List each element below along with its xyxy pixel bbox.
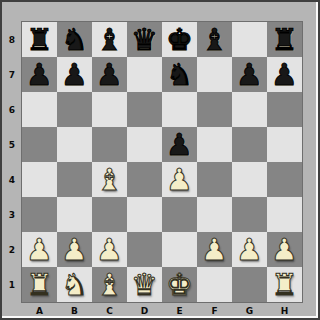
square-a4[interactable] (22, 162, 57, 197)
square-f3[interactable] (197, 197, 232, 232)
piece-white-rook[interactable]: ♜ (22, 267, 57, 302)
file-label-h: H (267, 304, 302, 318)
piece-white-pawn[interactable]: ♟ (22, 232, 57, 267)
square-f2[interactable]: ♟ (197, 232, 232, 267)
piece-black-pawn[interactable]: ♟ (92, 57, 127, 92)
square-b6[interactable] (57, 92, 92, 127)
square-d1[interactable]: ♛ (127, 267, 162, 302)
square-g8[interactable] (232, 22, 267, 57)
square-h8[interactable]: ♜ (267, 22, 302, 57)
piece-white-king[interactable]: ♚ (162, 267, 197, 302)
square-b7[interactable]: ♟ (57, 57, 92, 92)
square-f6[interactable] (197, 92, 232, 127)
file-label-a: A (22, 304, 57, 318)
square-h5[interactable] (267, 127, 302, 162)
square-h2[interactable]: ♟ (267, 232, 302, 267)
square-g5[interactable] (232, 127, 267, 162)
square-e6[interactable] (162, 92, 197, 127)
square-e2[interactable] (162, 232, 197, 267)
rank-label-5: 5 (4, 127, 20, 162)
square-d6[interactable] (127, 92, 162, 127)
square-e7[interactable]: ♞ (162, 57, 197, 92)
piece-white-pawn[interactable]: ♟ (197, 232, 232, 267)
piece-black-pawn[interactable]: ♟ (162, 127, 197, 162)
file-label-c: C (92, 304, 127, 318)
square-a7[interactable]: ♟ (22, 57, 57, 92)
piece-black-king[interactable]: ♚ (162, 22, 197, 57)
square-a5[interactable] (22, 127, 57, 162)
square-f8[interactable]: ♝ (197, 22, 232, 57)
square-d7[interactable] (127, 57, 162, 92)
square-d3[interactable] (127, 197, 162, 232)
square-f5[interactable] (197, 127, 232, 162)
rank-label-8: 8 (4, 22, 20, 57)
square-c6[interactable] (92, 92, 127, 127)
square-d4[interactable] (127, 162, 162, 197)
square-g7[interactable]: ♟ (232, 57, 267, 92)
file-label-b: B (57, 304, 92, 318)
square-e5[interactable]: ♟ (162, 127, 197, 162)
piece-white-knight[interactable]: ♞ (57, 267, 92, 302)
file-label-e: E (162, 304, 197, 318)
piece-white-bishop[interactable]: ♝ (92, 267, 127, 302)
square-c3[interactable] (92, 197, 127, 232)
rank-label-2: 2 (4, 232, 20, 267)
square-g4[interactable] (232, 162, 267, 197)
square-c8[interactable]: ♝ (92, 22, 127, 57)
square-f1[interactable] (197, 267, 232, 302)
square-h6[interactable] (267, 92, 302, 127)
square-b1[interactable]: ♞ (57, 267, 92, 302)
square-c5[interactable] (92, 127, 127, 162)
square-d8[interactable]: ♛ (127, 22, 162, 57)
piece-black-queen[interactable]: ♛ (127, 22, 162, 57)
chess-board: ♜♞♝♛♚♝♜♟♟♟♞♟♟♟♝♟♟♟♟♟♟♟♜♞♝♛♚♜ (21, 21, 303, 303)
square-e3[interactable] (162, 197, 197, 232)
rank-label-6: 6 (4, 92, 20, 127)
square-b4[interactable] (57, 162, 92, 197)
square-g6[interactable] (232, 92, 267, 127)
square-e8[interactable]: ♚ (162, 22, 197, 57)
square-d2[interactable] (127, 232, 162, 267)
rank-label-7: 7 (4, 57, 20, 92)
square-b3[interactable] (57, 197, 92, 232)
piece-white-pawn[interactable]: ♟ (57, 232, 92, 267)
file-label-d: D (127, 304, 162, 318)
piece-black-knight[interactable]: ♞ (162, 57, 197, 92)
square-b8[interactable]: ♞ (57, 22, 92, 57)
square-e4[interactable]: ♟ (162, 162, 197, 197)
square-h7[interactable]: ♟ (267, 57, 302, 92)
rank-label-1: 1 (4, 267, 20, 302)
piece-white-queen[interactable]: ♛ (127, 267, 162, 302)
square-f7[interactable] (197, 57, 232, 92)
square-h1[interactable]: ♜ (267, 267, 302, 302)
square-g2[interactable]: ♟ (232, 232, 267, 267)
square-a2[interactable]: ♟ (22, 232, 57, 267)
piece-white-pawn[interactable]: ♟ (232, 232, 267, 267)
square-d5[interactable] (127, 127, 162, 162)
piece-white-bishop[interactable]: ♝ (92, 162, 127, 197)
piece-black-pawn[interactable]: ♟ (267, 57, 302, 92)
chessboard-frame: 87654321 ABCDEFGH ♜♞♝♛♚♝♜♟♟♟♞♟♟♟♝♟♟♟♟♟♟♟… (0, 0, 320, 320)
piece-black-rook[interactable]: ♜ (267, 22, 302, 57)
piece-black-bishop[interactable]: ♝ (92, 22, 127, 57)
piece-black-bishop[interactable]: ♝ (197, 22, 232, 57)
square-h4[interactable] (267, 162, 302, 197)
rank-label-3: 3 (4, 197, 20, 232)
piece-black-rook[interactable]: ♜ (22, 22, 57, 57)
square-g3[interactable] (232, 197, 267, 232)
piece-white-rook[interactable]: ♜ (267, 267, 302, 302)
piece-black-knight[interactable]: ♞ (57, 22, 92, 57)
square-h3[interactable] (267, 197, 302, 232)
piece-white-pawn[interactable]: ♟ (92, 232, 127, 267)
piece-white-pawn[interactable]: ♟ (267, 232, 302, 267)
square-c7[interactable]: ♟ (92, 57, 127, 92)
square-f4[interactable] (197, 162, 232, 197)
piece-black-pawn[interactable]: ♟ (57, 57, 92, 92)
square-g1[interactable] (232, 267, 267, 302)
file-label-f: F (197, 304, 232, 318)
square-a6[interactable] (22, 92, 57, 127)
square-c1[interactable]: ♝ (92, 267, 127, 302)
square-e1[interactable]: ♚ (162, 267, 197, 302)
square-a3[interactable] (22, 197, 57, 232)
square-b5[interactable] (57, 127, 92, 162)
piece-black-pawn[interactable]: ♟ (22, 57, 57, 92)
piece-white-pawn[interactable]: ♟ (162, 162, 197, 197)
square-b2[interactable]: ♟ (57, 232, 92, 267)
piece-black-pawn[interactable]: ♟ (232, 57, 267, 92)
square-a8[interactable]: ♜ (22, 22, 57, 57)
square-c2[interactable]: ♟ (92, 232, 127, 267)
square-c4[interactable]: ♝ (92, 162, 127, 197)
file-label-g: G (232, 304, 267, 318)
rank-label-4: 4 (4, 162, 20, 197)
square-a1[interactable]: ♜ (22, 267, 57, 302)
